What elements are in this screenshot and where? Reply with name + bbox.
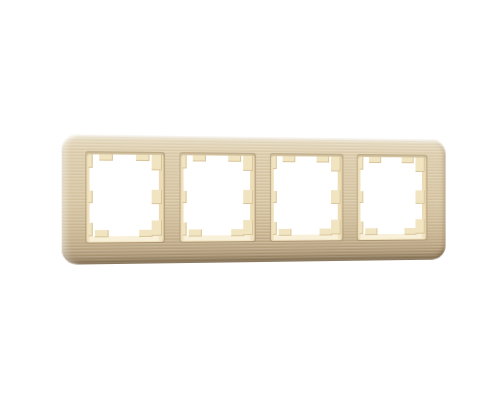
liner-block-left-top <box>273 156 277 169</box>
opening-window <box>360 157 421 234</box>
liner-tab-bottom-left <box>365 228 377 235</box>
liner-block-right-bottom <box>152 220 162 235</box>
liner-block-right-bottom <box>415 219 424 234</box>
liner-block-left-bottom <box>273 222 277 235</box>
liner-tab-top-left <box>369 157 381 163</box>
liner-tab-top-right <box>402 157 414 163</box>
frame-opening-2 <box>181 153 256 242</box>
liner-block-right-middle <box>243 190 253 204</box>
liner-tab-top-right <box>136 155 150 161</box>
liner-block-right-middle <box>331 190 341 204</box>
liner-tab-top-right <box>317 157 329 163</box>
liner-block-right-top <box>243 156 253 171</box>
product-photo-stage <box>0 0 500 400</box>
liner-block-right-middle <box>152 190 162 204</box>
liner-tab-top-left <box>193 155 206 161</box>
liner-block-left-top <box>183 155 187 168</box>
liner-block-left-middle <box>273 191 277 203</box>
opening-window <box>274 156 338 235</box>
liner-block-right-top <box>152 155 162 170</box>
frame-opening-3 <box>271 154 343 241</box>
liner-block-right-top <box>415 158 424 173</box>
liner-tab-top-left <box>283 156 296 162</box>
liner-block-left-bottom <box>360 221 364 234</box>
opening-window <box>184 155 251 235</box>
liner-block-left-bottom <box>89 223 93 237</box>
opening-window <box>90 154 159 236</box>
liner-tab-top-right <box>228 156 241 162</box>
liner-block-left-middle <box>183 191 187 203</box>
liner-tab-bottom-left <box>189 229 202 236</box>
liner-block-right-bottom <box>331 220 341 235</box>
frame-face <box>62 134 446 265</box>
frame-opening-1 <box>86 152 164 242</box>
liner-tab-bottom-left <box>95 230 109 237</box>
liner-block-right-bottom <box>243 220 253 235</box>
frame-opening-4 <box>358 155 427 240</box>
liner-block-left-middle <box>360 191 364 203</box>
liner-tab-bottom-left <box>279 229 292 236</box>
liner-block-right-top <box>331 157 341 172</box>
liner-block-left-top <box>360 157 364 170</box>
liner-block-left-bottom <box>183 222 187 235</box>
liner-tab-top-left <box>99 154 113 160</box>
liner-block-left-middle <box>89 191 93 203</box>
liner-block-right-middle <box>415 190 424 204</box>
switch-frame <box>62 134 446 265</box>
liner-block-left-top <box>89 154 93 168</box>
